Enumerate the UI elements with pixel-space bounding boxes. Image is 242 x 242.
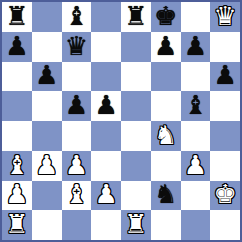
piece-white-pawn[interactable]: ♟ — [5, 181, 28, 207]
square-f6[interactable] — [151, 62, 181, 92]
piece-black-king[interactable]: ♚ — [154, 3, 177, 29]
square-e5[interactable] — [121, 91, 151, 121]
piece-black-rook[interactable]: ♜ — [124, 3, 147, 29]
piece-white-pawn[interactable]: ♟ — [65, 152, 88, 178]
square-d5[interactable]: ♟ — [91, 91, 121, 121]
square-h8[interactable]: ♛ — [210, 2, 240, 32]
piece-white-queen[interactable]: ♛ — [213, 3, 236, 29]
square-b1[interactable] — [32, 210, 62, 240]
piece-black-pawn[interactable]: ♟ — [94, 92, 117, 118]
square-c6[interactable] — [62, 62, 92, 92]
square-f1[interactable] — [151, 210, 181, 240]
square-c3[interactable]: ♟ — [62, 151, 92, 181]
square-c4[interactable] — [62, 121, 92, 151]
square-g2[interactable] — [181, 181, 211, 211]
piece-white-bishop[interactable]: ♝ — [65, 181, 88, 207]
square-e7[interactable] — [121, 32, 151, 62]
square-e3[interactable] — [121, 151, 151, 181]
square-e2[interactable] — [121, 181, 151, 211]
piece-white-pawn[interactable]: ♟ — [94, 181, 117, 207]
square-g6[interactable] — [181, 62, 211, 92]
square-e8[interactable]: ♜ — [121, 2, 151, 32]
square-g4[interactable] — [181, 121, 211, 151]
square-d6[interactable] — [91, 62, 121, 92]
square-a7[interactable]: ♟ — [2, 32, 32, 62]
square-c1[interactable] — [62, 210, 92, 240]
square-d2[interactable]: ♟ — [91, 181, 121, 211]
square-b6[interactable]: ♟ — [32, 62, 62, 92]
square-h7[interactable] — [210, 32, 240, 62]
square-e4[interactable] — [121, 121, 151, 151]
square-g7[interactable]: ♟ — [181, 32, 211, 62]
square-c5[interactable]: ♟ — [62, 91, 92, 121]
piece-black-knight[interactable]: ♞ — [154, 181, 177, 207]
square-f4[interactable]: ♞ — [151, 121, 181, 151]
piece-black-pawn[interactable]: ♟ — [184, 33, 207, 59]
square-a3[interactable]: ♝ — [2, 151, 32, 181]
square-a6[interactable] — [2, 62, 32, 92]
square-f7[interactable]: ♟ — [151, 32, 181, 62]
square-g8[interactable] — [181, 2, 211, 32]
square-a1[interactable]: ♜ — [2, 210, 32, 240]
piece-black-pawn[interactable]: ♟ — [65, 92, 88, 118]
square-b8[interactable] — [32, 2, 62, 32]
square-h2[interactable]: ♚ — [210, 181, 240, 211]
square-h1[interactable] — [210, 210, 240, 240]
square-g1[interactable] — [181, 210, 211, 240]
square-f2[interactable]: ♞ — [151, 181, 181, 211]
piece-black-bishop[interactable]: ♝ — [65, 3, 88, 29]
square-f8[interactable]: ♚ — [151, 2, 181, 32]
square-g5[interactable]: ♝ — [181, 91, 211, 121]
piece-black-pawn[interactable]: ♟ — [213, 62, 236, 88]
chess-board: ♜♝♜♚♛♟♛♟♟♟♟♟♟♝♞♝♟♟♟♟♝♟♞♚♜♜ — [0, 0, 242, 242]
square-a5[interactable] — [2, 91, 32, 121]
square-f5[interactable] — [151, 91, 181, 121]
piece-white-rook[interactable]: ♜ — [124, 211, 147, 237]
square-d4[interactable] — [91, 121, 121, 151]
square-h6[interactable]: ♟ — [210, 62, 240, 92]
square-h4[interactable] — [210, 121, 240, 151]
piece-white-rook[interactable]: ♜ — [5, 211, 28, 237]
piece-black-pawn[interactable]: ♟ — [154, 33, 177, 59]
square-b4[interactable] — [32, 121, 62, 151]
piece-white-pawn[interactable]: ♟ — [184, 152, 207, 178]
square-a4[interactable] — [2, 121, 32, 151]
piece-black-bishop[interactable]: ♝ — [184, 92, 207, 118]
square-c2[interactable]: ♝ — [62, 181, 92, 211]
square-e1[interactable]: ♜ — [121, 210, 151, 240]
square-a8[interactable]: ♜ — [2, 2, 32, 32]
square-d1[interactable] — [91, 210, 121, 240]
piece-white-bishop[interactable]: ♝ — [5, 152, 28, 178]
square-f3[interactable] — [151, 151, 181, 181]
square-d7[interactable] — [91, 32, 121, 62]
square-a2[interactable]: ♟ — [2, 181, 32, 211]
piece-white-king[interactable]: ♚ — [213, 181, 236, 207]
square-h5[interactable] — [210, 91, 240, 121]
square-b5[interactable] — [32, 91, 62, 121]
square-e6[interactable] — [121, 62, 151, 92]
piece-white-pawn[interactable]: ♟ — [35, 152, 58, 178]
square-d3[interactable] — [91, 151, 121, 181]
square-h3[interactable] — [210, 151, 240, 181]
piece-black-pawn[interactable]: ♟ — [5, 33, 28, 59]
square-b7[interactable] — [32, 32, 62, 62]
square-g3[interactable]: ♟ — [181, 151, 211, 181]
square-d8[interactable] — [91, 2, 121, 32]
square-c8[interactable]: ♝ — [62, 2, 92, 32]
piece-black-queen[interactable]: ♛ — [65, 33, 88, 59]
square-b2[interactable] — [32, 181, 62, 211]
square-c7[interactable]: ♛ — [62, 32, 92, 62]
piece-black-pawn[interactable]: ♟ — [35, 62, 58, 88]
piece-black-rook[interactable]: ♜ — [5, 3, 28, 29]
piece-white-knight[interactable]: ♞ — [154, 122, 177, 148]
square-b3[interactable]: ♟ — [32, 151, 62, 181]
